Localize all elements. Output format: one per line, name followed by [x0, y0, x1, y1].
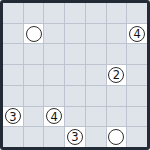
cell[interactable]	[107, 107, 127, 127]
cell[interactable]	[127, 44, 147, 64]
clue-number: 4	[133, 28, 140, 40]
clue-cell: 3	[65, 127, 85, 147]
cell[interactable]	[65, 65, 85, 85]
cell[interactable]	[24, 65, 44, 85]
cell[interactable]	[86, 3, 106, 23]
clue-cell: 2	[107, 65, 127, 85]
clue-circle: 4	[129, 26, 145, 42]
cell[interactable]	[127, 86, 147, 106]
clue-cell	[107, 127, 127, 147]
clue-circle: 3	[67, 129, 83, 145]
clue-cell	[24, 24, 44, 44]
puzzle-board: 42343	[0, 0, 150, 150]
cell[interactable]	[86, 127, 106, 147]
cell[interactable]	[44, 65, 64, 85]
clue-number: 3	[71, 132, 78, 144]
board-grid: 42343	[3, 3, 147, 147]
clue-circle: 4	[46, 108, 62, 124]
cell[interactable]	[107, 86, 127, 106]
cell[interactable]	[86, 86, 106, 106]
clue-circle: 3	[5, 108, 21, 124]
cell[interactable]	[86, 44, 106, 64]
cell[interactable]	[3, 24, 23, 44]
clue-circle	[108, 129, 124, 145]
clue-circle	[26, 26, 42, 42]
cell[interactable]	[65, 44, 85, 64]
cell[interactable]	[127, 127, 147, 147]
cell[interactable]	[65, 86, 85, 106]
cell[interactable]	[44, 24, 64, 44]
cell[interactable]	[44, 3, 64, 23]
clue-circle: 2	[108, 67, 124, 83]
cell[interactable]	[24, 86, 44, 106]
cell[interactable]	[65, 24, 85, 44]
clue-cell: 4	[127, 24, 147, 44]
clue-number: 4	[51, 111, 58, 123]
cell[interactable]	[3, 127, 23, 147]
cell[interactable]	[127, 107, 147, 127]
cell[interactable]	[86, 65, 106, 85]
cell[interactable]	[127, 65, 147, 85]
cell[interactable]	[107, 44, 127, 64]
cell[interactable]	[107, 3, 127, 23]
cell[interactable]	[127, 3, 147, 23]
cell[interactable]	[3, 65, 23, 85]
cell[interactable]	[65, 107, 85, 127]
cell[interactable]	[24, 44, 44, 64]
cell[interactable]	[44, 127, 64, 147]
cell[interactable]	[86, 24, 106, 44]
cell[interactable]	[3, 44, 23, 64]
clue-cell: 4	[44, 107, 64, 127]
cell[interactable]	[44, 44, 64, 64]
cell[interactable]	[24, 127, 44, 147]
cell[interactable]	[24, 3, 44, 23]
clue-number: 2	[113, 70, 120, 82]
cell[interactable]	[44, 86, 64, 106]
cell[interactable]	[107, 24, 127, 44]
cell[interactable]	[65, 3, 85, 23]
clue-number: 3	[9, 111, 16, 123]
cell[interactable]	[86, 107, 106, 127]
cell[interactable]	[3, 3, 23, 23]
cell[interactable]	[24, 107, 44, 127]
cell[interactable]	[3, 86, 23, 106]
clue-cell: 3	[3, 107, 23, 127]
